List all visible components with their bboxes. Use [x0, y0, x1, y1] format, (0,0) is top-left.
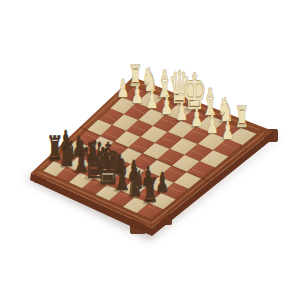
piece-black-rook-h8: ♜ — [141, 172, 158, 210]
piece-white-pawn-f2: ♟ — [191, 103, 203, 133]
piece-white-pawn-h2: ♟ — [222, 115, 234, 145]
piece-white-rook-h1: ♜ — [234, 100, 248, 135]
chess-board: ♜♞♟♝♟♛♟♚♟♝♟♞♟♜♟♟♟♟♜♟♞♟♝♟♛♟♚♟♝♟♞♜ — [0, 0, 292, 292]
piece-white-pawn-e2: ♟ — [175, 97, 187, 127]
piece-white-pawn-d2: ♟ — [160, 91, 172, 121]
piece-white-pawn-g2: ♟ — [206, 109, 218, 139]
product-photo: ♜♞♟♝♟♛♟♚♟♝♟♞♟♜♟♟♟♟♜♟♞♟♝♟♛♟♚♟♝♟♞♜ — [0, 0, 292, 292]
piece-white-pawn-c2: ♟ — [146, 85, 158, 115]
piece-white-pawn-a2: ♟ — [117, 73, 129, 103]
piece-white-pawn-b2: ♟ — [131, 79, 143, 109]
